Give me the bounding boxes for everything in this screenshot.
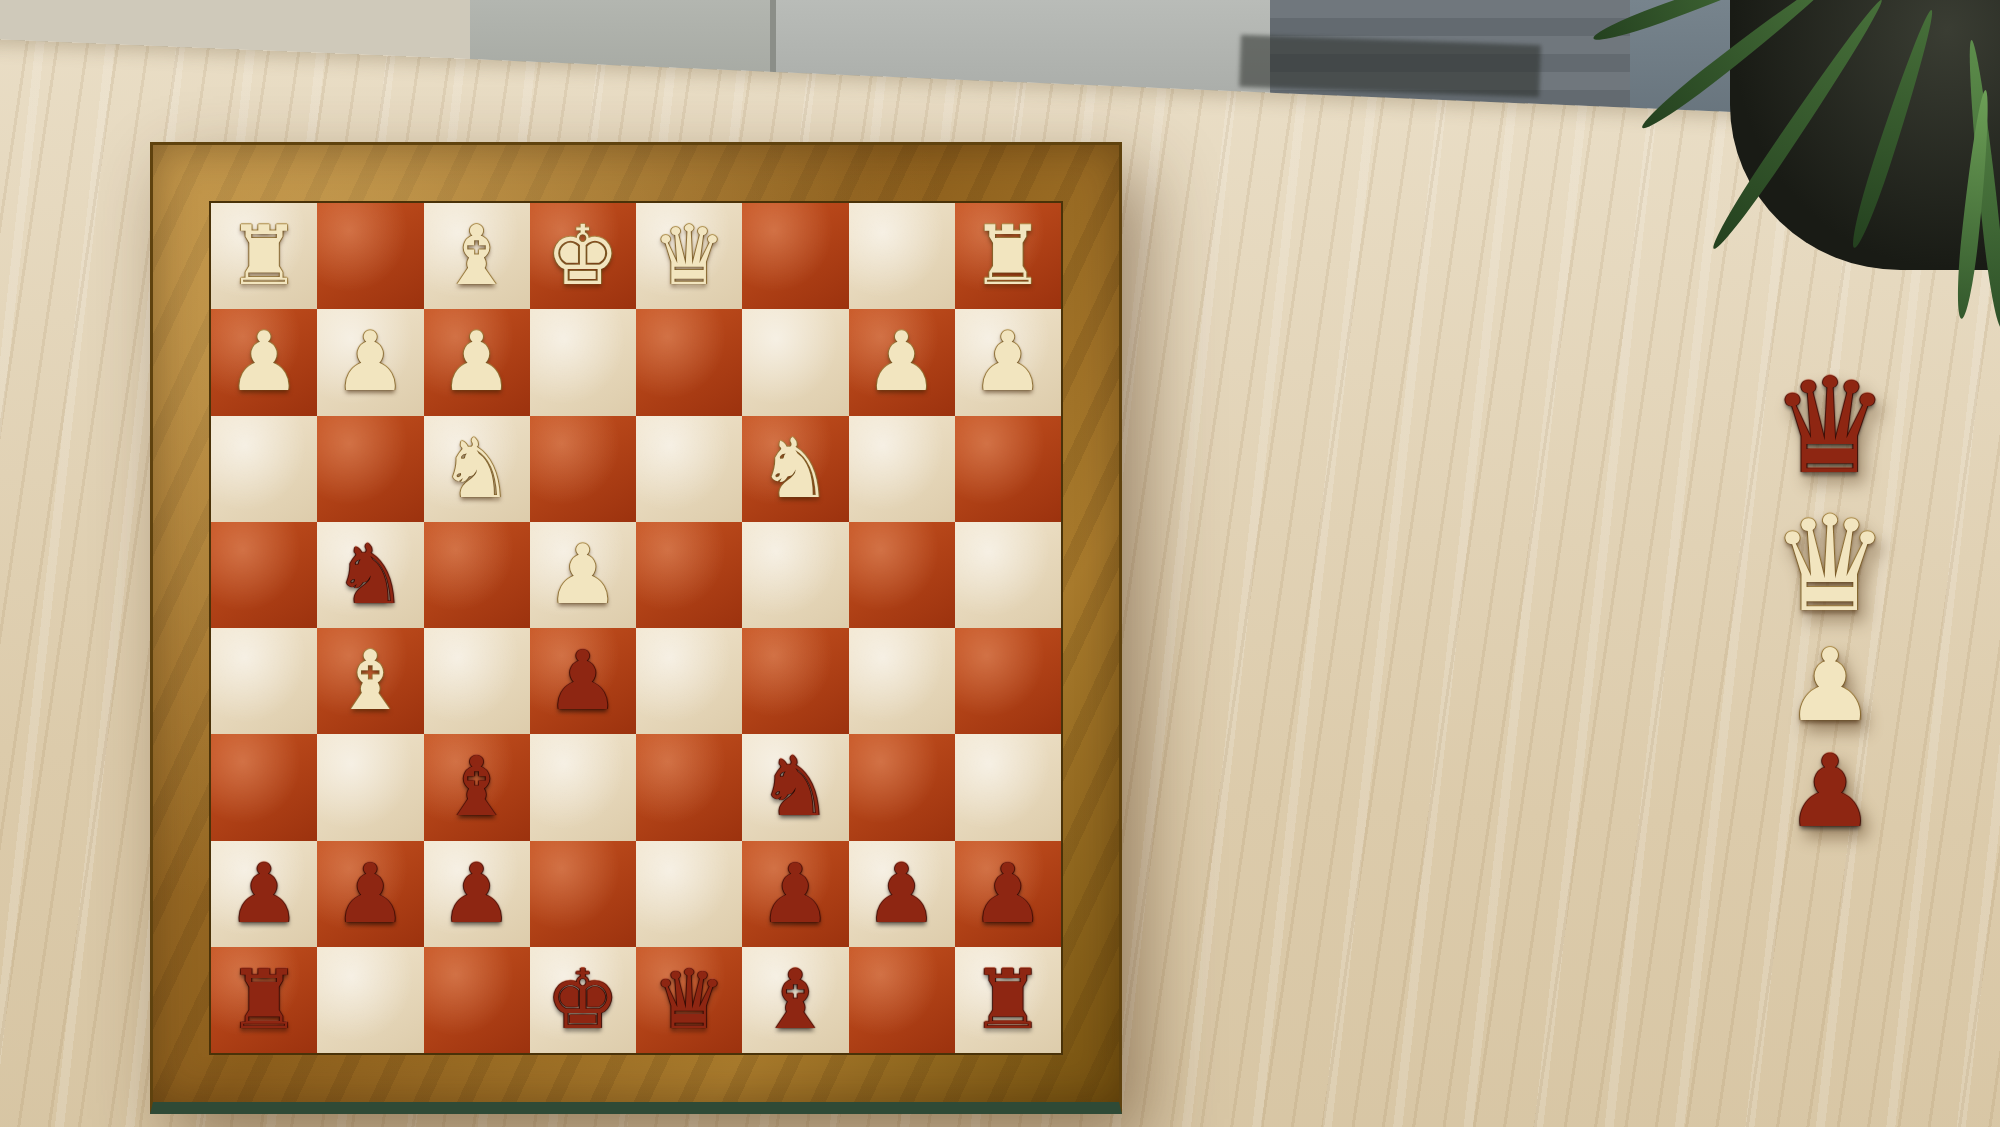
square-f5[interactable] bbox=[424, 628, 530, 734]
house-plant bbox=[1570, 0, 2000, 360]
square-b4[interactable] bbox=[849, 522, 955, 628]
square-f7[interactable]: ♟ bbox=[424, 841, 530, 947]
piece-white-bishop-f1[interactable]: ♝ bbox=[440, 215, 514, 297]
square-a1[interactable]: ♜ bbox=[955, 203, 1061, 309]
square-g8[interactable] bbox=[317, 947, 423, 1053]
piece-red-pawn-g7[interactable]: ♟ bbox=[334, 853, 408, 935]
piece-red-knight-g4[interactable]: ♞ bbox=[334, 534, 408, 616]
piece-red-pawn-b7[interactable]: ♟ bbox=[865, 853, 939, 935]
square-g4[interactable]: ♞ bbox=[317, 522, 423, 628]
square-g2[interactable]: ♟ bbox=[317, 309, 423, 415]
square-h4[interactable] bbox=[211, 522, 317, 628]
square-b3[interactable] bbox=[849, 416, 955, 522]
piece-white-king-e1[interactable]: ♚ bbox=[546, 215, 620, 297]
square-a8[interactable]: ♜ bbox=[955, 947, 1061, 1053]
square-f8[interactable] bbox=[424, 947, 530, 1053]
square-c1[interactable] bbox=[742, 203, 848, 309]
square-h3[interactable] bbox=[211, 416, 317, 522]
square-g1[interactable] bbox=[317, 203, 423, 309]
square-c5[interactable] bbox=[742, 628, 848, 734]
piece-white-pawn-g2[interactable]: ♟ bbox=[334, 321, 408, 403]
square-h6[interactable] bbox=[211, 734, 317, 840]
square-b1[interactable] bbox=[849, 203, 955, 309]
square-d2[interactable] bbox=[636, 309, 742, 415]
piece-red-pawn-e5[interactable]: ♟ bbox=[546, 640, 620, 722]
square-c3[interactable]: ♞ bbox=[742, 416, 848, 522]
piece-red-knight-c6[interactable]: ♞ bbox=[759, 746, 833, 828]
piece-red-pawn-c7[interactable]: ♟ bbox=[759, 853, 833, 935]
square-b6[interactable] bbox=[849, 734, 955, 840]
square-e8[interactable]: ♚ bbox=[530, 947, 636, 1053]
piece-red-pawn-h7[interactable]: ♟ bbox=[227, 853, 301, 935]
square-f2[interactable]: ♟ bbox=[424, 309, 530, 415]
square-a5[interactable] bbox=[955, 628, 1061, 734]
square-a7[interactable]: ♟ bbox=[955, 841, 1061, 947]
square-e3[interactable] bbox=[530, 416, 636, 522]
square-b7[interactable]: ♟ bbox=[849, 841, 955, 947]
piece-white-bishop-g5[interactable]: ♝ bbox=[334, 640, 408, 722]
square-g7[interactable]: ♟ bbox=[317, 841, 423, 947]
square-d8[interactable]: ♛ bbox=[636, 947, 742, 1053]
square-f1[interactable]: ♝ bbox=[424, 203, 530, 309]
square-c4[interactable] bbox=[742, 522, 848, 628]
square-h1[interactable]: ♜ bbox=[211, 203, 317, 309]
piece-red-pawn-a7[interactable]: ♟ bbox=[971, 853, 1045, 935]
square-h8[interactable]: ♜ bbox=[211, 947, 317, 1053]
square-d6[interactable] bbox=[636, 734, 742, 840]
chess-board: ♜♝♚♛♜♟♟♟♟♟♞♞♞♟♝♟♝♞♟♟♟♟♟♟♜♚♛♝♜ bbox=[209, 201, 1063, 1055]
square-c8[interactable]: ♝ bbox=[742, 947, 848, 1053]
square-b8[interactable] bbox=[849, 947, 955, 1053]
board-frame: ♜♝♚♛♜♟♟♟♟♟♞♞♞♟♝♟♝♞♟♟♟♟♟♟♜♚♛♝♜ bbox=[150, 142, 1122, 1114]
piece-white-knight-f3[interactable]: ♞ bbox=[440, 428, 514, 510]
square-d3[interactable] bbox=[636, 416, 742, 522]
tray-piece-red-queen[interactable]: ♛ bbox=[1771, 360, 1889, 492]
piece-white-pawn-a2[interactable]: ♟ bbox=[971, 321, 1045, 403]
piece-white-knight-c3[interactable]: ♞ bbox=[759, 428, 833, 510]
square-h5[interactable] bbox=[211, 628, 317, 734]
square-h2[interactable]: ♟ bbox=[211, 309, 317, 415]
square-h7[interactable]: ♟ bbox=[211, 841, 317, 947]
piece-white-rook-h1[interactable]: ♜ bbox=[227, 215, 301, 297]
square-b2[interactable]: ♟ bbox=[849, 309, 955, 415]
square-e2[interactable] bbox=[530, 309, 636, 415]
square-a4[interactable] bbox=[955, 522, 1061, 628]
piece-red-bishop-c8[interactable]: ♝ bbox=[759, 959, 833, 1041]
shadow bbox=[1239, 35, 1541, 97]
square-f3[interactable]: ♞ bbox=[424, 416, 530, 522]
square-f6[interactable]: ♝ bbox=[424, 734, 530, 840]
piece-red-king-e8[interactable]: ♚ bbox=[546, 959, 620, 1041]
piece-white-pawn-b2[interactable]: ♟ bbox=[865, 321, 939, 403]
piece-white-pawn-f2[interactable]: ♟ bbox=[440, 321, 514, 403]
square-c2[interactable] bbox=[742, 309, 848, 415]
square-e5[interactable]: ♟ bbox=[530, 628, 636, 734]
square-d5[interactable] bbox=[636, 628, 742, 734]
square-c6[interactable]: ♞ bbox=[742, 734, 848, 840]
piece-white-pawn-h2[interactable]: ♟ bbox=[227, 321, 301, 403]
off-board-piece-tray: ♛♛♟♟ bbox=[1680, 360, 1980, 960]
square-e7[interactable] bbox=[530, 841, 636, 947]
square-b5[interactable] bbox=[849, 628, 955, 734]
square-g5[interactable]: ♝ bbox=[317, 628, 423, 734]
square-g3[interactable] bbox=[317, 416, 423, 522]
piece-red-rook-h8[interactable]: ♜ bbox=[227, 959, 301, 1041]
tray-piece-white-queen[interactable]: ♛ bbox=[1771, 498, 1889, 630]
square-d7[interactable] bbox=[636, 841, 742, 947]
tray-piece-red-pawn[interactable]: ♟ bbox=[1785, 742, 1875, 842]
piece-red-pawn-f7[interactable]: ♟ bbox=[440, 853, 514, 935]
piece-white-rook-a1[interactable]: ♜ bbox=[971, 215, 1045, 297]
square-f4[interactable] bbox=[424, 522, 530, 628]
square-g6[interactable] bbox=[317, 734, 423, 840]
piece-white-pawn-e4[interactable]: ♟ bbox=[546, 534, 620, 616]
piece-red-rook-a8[interactable]: ♜ bbox=[971, 959, 1045, 1041]
square-e4[interactable]: ♟ bbox=[530, 522, 636, 628]
square-a6[interactable] bbox=[955, 734, 1061, 840]
square-a3[interactable] bbox=[955, 416, 1061, 522]
square-d1[interactable]: ♛ bbox=[636, 203, 742, 309]
tray-piece-white-pawn[interactable]: ♟ bbox=[1785, 636, 1875, 736]
square-c7[interactable]: ♟ bbox=[742, 841, 848, 947]
square-d4[interactable] bbox=[636, 522, 742, 628]
photo-scene: ♜♝♚♛♜♟♟♟♟♟♞♞♞♟♝♟♝♞♟♟♟♟♟♟♜♚♛♝♜ ♛♛♟♟ bbox=[0, 0, 2000, 1127]
square-a2[interactable]: ♟ bbox=[955, 309, 1061, 415]
piece-white-queen-d1[interactable]: ♛ bbox=[652, 215, 726, 297]
piece-red-bishop-f6[interactable]: ♝ bbox=[440, 746, 514, 828]
piece-red-queen-d8[interactable]: ♛ bbox=[652, 959, 726, 1041]
square-e1[interactable]: ♚ bbox=[530, 203, 636, 309]
square-e6[interactable] bbox=[530, 734, 636, 840]
